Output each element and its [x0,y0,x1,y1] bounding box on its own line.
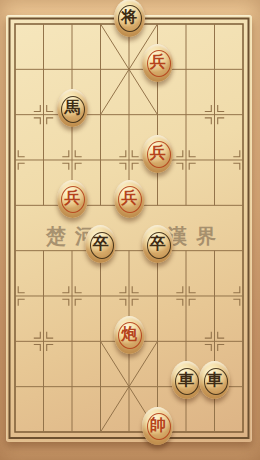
piece-glyph: 兵 [142,135,173,173]
piece-glyph: 車 [171,361,202,399]
piece-glyph: 炮 [114,316,145,354]
piece-black-soldier[interactable]: 卒 [142,225,173,263]
piece-glyph: 兵 [142,44,173,82]
piece-black-chariot[interactable]: 車 [199,361,230,399]
board-piece-grid: 将兵馬兵兵兵卒卒炮車車帥 [1,1,258,454]
piece-glyph: 卒 [142,225,173,263]
piece-black-general[interactable]: 将 [114,0,145,37]
piece-glyph: 車 [199,361,230,399]
piece-black-chariot[interactable]: 車 [171,361,202,399]
piece-red-cannon[interactable]: 炮 [114,316,145,354]
xiangqi-app: 楚河 漢界 将兵馬兵兵兵卒卒炮車車帥 [0,0,260,460]
piece-red-soldier[interactable]: 兵 [57,180,88,218]
piece-glyph: 将 [114,0,145,37]
piece-glyph: 帥 [142,407,173,445]
piece-glyph: 馬 [57,89,88,127]
piece-red-soldier[interactable]: 兵 [114,180,145,218]
piece-glyph: 兵 [114,180,145,218]
piece-glyph: 卒 [85,225,116,263]
piece-glyph: 兵 [57,180,88,218]
piece-black-horse[interactable]: 馬 [57,89,88,127]
piece-black-soldier[interactable]: 卒 [85,225,116,263]
piece-red-soldier[interactable]: 兵 [142,135,173,173]
piece-red-general[interactable]: 帥 [142,407,173,445]
piece-red-soldier[interactable]: 兵 [142,44,173,82]
